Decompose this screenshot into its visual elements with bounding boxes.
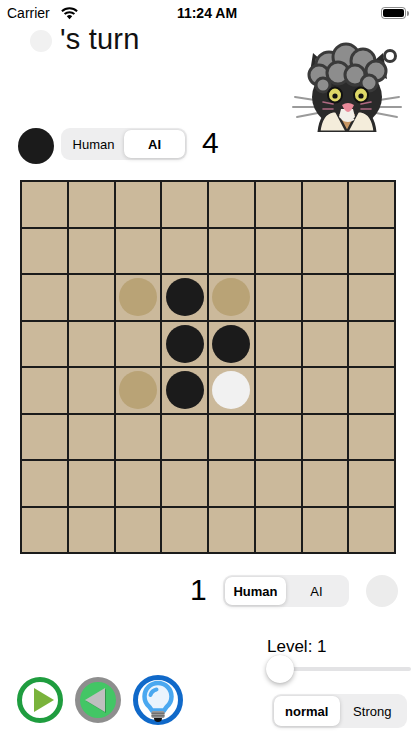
board [20,180,396,554]
black-player-disc-icon [18,128,54,164]
lightbulb-icon [133,675,183,725]
white-player-disc-icon [366,575,398,607]
level-label: Level: 1 [267,637,327,657]
cell-f3[interactable] [256,275,301,320]
legal-move-hint-disc [212,278,250,316]
cell-g3[interactable] [303,275,348,320]
cell-a7[interactable] [22,461,67,506]
cell-g4[interactable] [303,322,348,367]
cell-e1[interactable] [209,182,254,227]
cell-h4[interactable] [349,322,394,367]
white-disc [212,371,250,409]
cell-g5[interactable] [303,368,348,413]
cell-f6[interactable] [256,415,301,460]
cell-h7[interactable] [349,461,394,506]
cell-e6[interactable] [209,415,254,460]
black-mode-human-option[interactable]: Human [63,130,124,158]
black-disc [166,371,204,409]
cell-b8[interactable] [69,508,114,553]
cell-g8[interactable] [303,508,348,553]
black-disc [212,325,250,363]
level-slider-thumb[interactable] [266,655,294,683]
white-disc-count: 1 [190,573,207,607]
status-bar: Carrier 11:24 AM [0,0,414,24]
cell-a5[interactable] [22,368,67,413]
cell-c6[interactable] [116,415,161,460]
back-triangle-icon [85,688,105,712]
cell-a6[interactable] [22,415,67,460]
cell-f7[interactable] [256,461,301,506]
black-disc-count: 4 [202,126,219,160]
cell-b5[interactable] [69,368,114,413]
cell-a3[interactable] [22,275,67,320]
cell-g7[interactable] [303,461,348,506]
cell-h5[interactable] [349,368,394,413]
cell-g1[interactable] [303,182,348,227]
cell-h1[interactable] [349,182,394,227]
clock-time: 11:24 AM [0,5,414,21]
cell-c4[interactable] [116,322,161,367]
cell-c8[interactable] [116,508,161,553]
black-player-mode-segment: Human AI [61,128,187,160]
cell-h8[interactable] [349,508,394,553]
cell-d4[interactable] [162,322,207,367]
cell-b2[interactable] [69,229,114,274]
cell-e4[interactable] [209,322,254,367]
cell-h3[interactable] [349,275,394,320]
cell-e3[interactable] [209,275,254,320]
black-disc [166,325,204,363]
cell-f4[interactable] [256,322,301,367]
cell-a4[interactable] [22,322,67,367]
cell-e2[interactable] [209,229,254,274]
cell-b7[interactable] [69,461,114,506]
cell-h6[interactable] [349,415,394,460]
black-disc [166,278,204,316]
cell-f2[interactable] [256,229,301,274]
cell-d8[interactable] [162,508,207,553]
cell-b1[interactable] [69,182,114,227]
othello-app-screen: Carrier 11:24 AM 's turn [0,0,414,736]
cell-c3[interactable] [116,275,161,320]
white-mode-ai-option[interactable]: AI [286,577,347,605]
black-mode-ai-option[interactable]: AI [124,130,185,158]
white-mode-human-option[interactable]: Human [225,577,286,605]
cell-d1[interactable] [162,182,207,227]
cell-f8[interactable] [256,508,301,553]
undo-button[interactable] [75,677,121,723]
cell-e7[interactable] [209,461,254,506]
cell-a2[interactable] [22,229,67,274]
cell-f1[interactable] [256,182,301,227]
cell-b6[interactable] [69,415,114,460]
cell-d2[interactable] [162,229,207,274]
cell-b4[interactable] [69,322,114,367]
white-player-mode-segment: Human AI [223,575,349,607]
cell-c5[interactable] [116,368,161,413]
play-button[interactable] [17,677,63,723]
cell-c1[interactable] [116,182,161,227]
cell-a8[interactable] [22,508,67,553]
strength-normal-option[interactable]: normal [274,696,340,726]
battery-icon [381,7,406,19]
cell-d7[interactable] [162,461,207,506]
cell-e5[interactable] [209,368,254,413]
cell-g6[interactable] [303,415,348,460]
turn-indicator-white-disc [30,30,52,52]
cell-g2[interactable] [303,229,348,274]
play-icon [34,688,54,712]
turn-label: 's turn [60,23,139,56]
cat-avatar-image [289,39,405,132]
cell-c7[interactable] [116,461,161,506]
cell-f5[interactable] [256,368,301,413]
cell-b3[interactable] [69,275,114,320]
cell-c2[interactable] [116,229,161,274]
cell-a1[interactable] [22,182,67,227]
hint-button[interactable] [133,675,183,725]
cell-d6[interactable] [162,415,207,460]
cell-e8[interactable] [209,508,254,553]
strength-strong-option[interactable]: Strong [340,696,406,726]
cell-d3[interactable] [162,275,207,320]
cell-d5[interactable] [162,368,207,413]
legal-move-hint-disc [119,371,157,409]
legal-move-hint-disc [119,278,157,316]
strength-segment: normal Strong [272,694,407,728]
cell-h2[interactable] [349,229,394,274]
